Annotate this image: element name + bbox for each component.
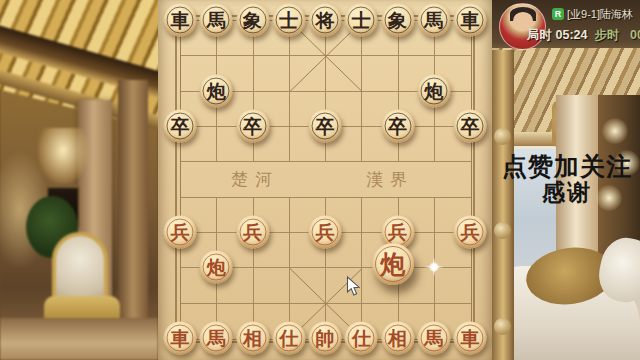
piece-red-horse[interactable]: 馬 <box>200 321 233 354</box>
promo-line1: 点赞加关注 <box>494 154 640 180</box>
promo-overlay: 点赞加关注 感谢 <box>494 154 640 204</box>
board-cell <box>362 56 398 91</box>
board-grid <box>180 20 472 340</box>
piece-black-horse[interactable]: 馬 <box>417 4 450 37</box>
piece-black-soldier[interactable]: 卒 <box>309 109 342 142</box>
clock-line: 局时 05:24步时 00:30 <box>527 27 640 44</box>
piece-black-cannon[interactable]: 炮 <box>200 74 233 107</box>
game-time-value: 05:24 <box>555 28 587 42</box>
board-cell <box>290 268 326 303</box>
piece-red-soldier[interactable]: 兵 <box>236 215 269 248</box>
rank-badge: R <box>552 8 564 20</box>
game-time-label: 局时 <box>527 28 552 42</box>
piece-black-soldier[interactable]: 卒 <box>454 109 487 142</box>
promo-line2: 感谢 <box>494 180 640 204</box>
river-label-left: 楚河 <box>231 168 279 191</box>
move-time-value: 00:30 <box>630 28 640 42</box>
board-cell <box>435 162 471 197</box>
board-cell <box>326 162 362 197</box>
piece-red-chariot[interactable]: 車 <box>164 321 197 354</box>
gold-chair <box>52 232 108 306</box>
piece-red-soldier[interactable]: 兵 <box>309 215 342 248</box>
piece-red-cannon[interactable]: 炮 <box>372 243 414 285</box>
opponent-name: [业9-1]陆海林 <box>567 7 633 22</box>
piece-red-general[interactable]: 帥 <box>309 321 342 354</box>
piece-black-horse[interactable]: 馬 <box>200 4 233 37</box>
board-cell <box>290 162 326 197</box>
chandelier <box>38 128 88 184</box>
piece-red-chariot[interactable]: 車 <box>454 321 487 354</box>
piece-black-advisor[interactable]: 士 <box>272 4 305 37</box>
piece-black-advisor[interactable]: 士 <box>345 4 378 37</box>
board-cell <box>181 162 217 197</box>
piece-red-elephant[interactable]: 相 <box>381 321 414 354</box>
piece-black-general[interactable]: 将 <box>309 4 342 37</box>
piece-black-elephant[interactable]: 象 <box>381 4 414 37</box>
move-time-label: 步时 <box>594 28 619 42</box>
piece-red-elephant[interactable]: 相 <box>236 321 269 354</box>
board-cell <box>326 56 362 91</box>
piece-black-soldier[interactable]: 卒 <box>164 109 197 142</box>
piece-black-soldier[interactable]: 卒 <box>236 109 269 142</box>
app-window: 点赞加关注 感谢 R [业9-1]陆海林 局时 05:24步时 00:30 楚河… <box>0 0 640 360</box>
piece-black-chariot[interactable]: 車 <box>164 4 197 37</box>
piece-black-chariot[interactable]: 車 <box>454 4 487 37</box>
board-cell <box>254 56 290 91</box>
piece-red-cannon[interactable]: 炮 <box>200 251 233 284</box>
board-cell <box>290 56 326 91</box>
piece-black-cannon[interactable]: 炮 <box>417 74 450 107</box>
piece-red-soldier[interactable]: 兵 <box>164 215 197 248</box>
board-cell <box>254 268 290 303</box>
piece-black-soldier[interactable]: 卒 <box>381 109 414 142</box>
opponent-info: R [业9-1]陆海林 局时 05:24步时 00:30 <box>497 2 640 52</box>
background-photo-left <box>0 0 158 360</box>
xiangqi-board[interactable]: 楚河 漢界 車馬象士将士象馬車炮炮卒卒卒卒卒兵兵兵兵兵炮炮車馬相仕帥仕相馬車 <box>158 0 492 360</box>
board-cell <box>435 268 471 303</box>
piece-black-elephant[interactable]: 象 <box>236 4 269 37</box>
piece-red-soldier[interactable]: 兵 <box>454 215 487 248</box>
piece-red-horse[interactable]: 馬 <box>417 321 450 354</box>
piece-red-advisor[interactable]: 仕 <box>272 321 305 354</box>
board-cell <box>326 268 362 303</box>
piece-red-advisor[interactable]: 仕 <box>345 321 378 354</box>
river-label-right: 漢界 <box>366 168 414 191</box>
